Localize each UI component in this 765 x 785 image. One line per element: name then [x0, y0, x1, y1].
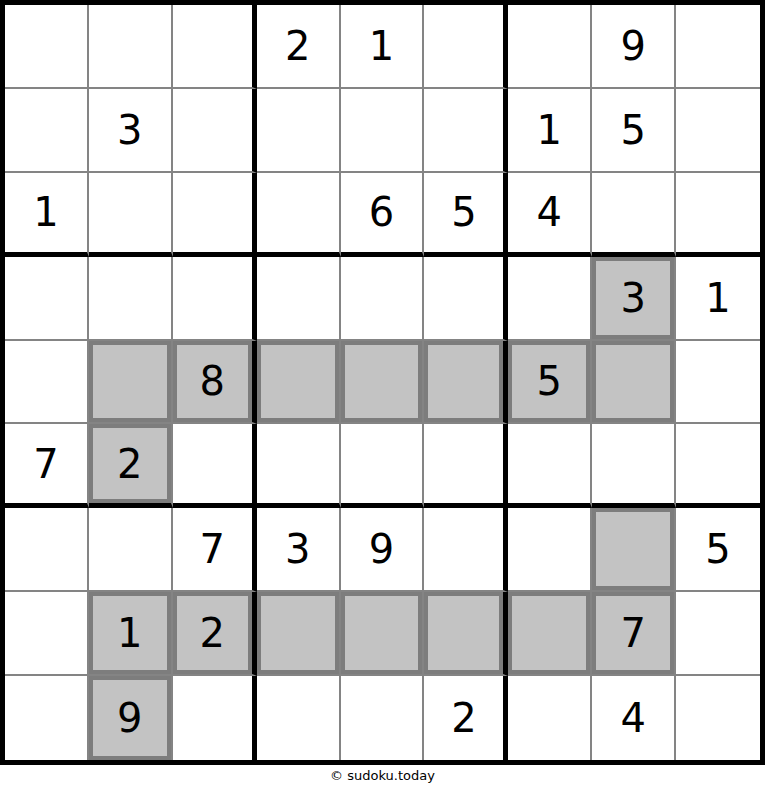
- cell-r4c7[interactable]: [508, 257, 592, 341]
- cell-r9c6[interactable]: 2: [424, 676, 508, 760]
- cell-r5c7[interactable]: 5: [508, 341, 592, 425]
- cell-r9c1[interactable]: [5, 676, 89, 760]
- cell-r3c8[interactable]: [592, 173, 676, 257]
- cell-r7c4[interactable]: 3: [257, 508, 341, 592]
- given-digit: 5: [705, 529, 730, 569]
- given-digit: 9: [369, 529, 394, 569]
- given-digit: 9: [117, 698, 142, 738]
- given-digit: 5: [620, 110, 645, 150]
- given-digit: 6: [369, 192, 394, 232]
- cell-r1c4[interactable]: 2: [257, 5, 341, 89]
- cell-r8c1[interactable]: [5, 592, 89, 676]
- cell-r1c2[interactable]: [89, 5, 173, 89]
- cell-r3c2[interactable]: [89, 173, 173, 257]
- given-digit: 4: [537, 192, 562, 232]
- given-digit: 3: [285, 529, 310, 569]
- sudoku-page: 21931516543185727395127924 © sudoku.toda…: [0, 0, 765, 785]
- cell-r7c7[interactable]: [508, 508, 592, 592]
- cell-r2c1[interactable]: [5, 89, 89, 173]
- cell-r6c8[interactable]: [592, 424, 676, 508]
- cell-r3c6[interactable]: 5: [424, 173, 508, 257]
- given-digit: 9: [620, 26, 645, 66]
- cell-r2c7[interactable]: 1: [508, 89, 592, 173]
- given-digit: 2: [199, 613, 224, 653]
- cell-r7c3[interactable]: 7: [173, 508, 257, 592]
- cell-r5c5[interactable]: [341, 341, 425, 425]
- given-digit: 2: [285, 26, 310, 66]
- cell-r3c5[interactable]: 6: [341, 173, 425, 257]
- cell-r2c8[interactable]: 5: [592, 89, 676, 173]
- cell-r4c2[interactable]: [89, 257, 173, 341]
- cell-r1c8[interactable]: 9: [592, 5, 676, 89]
- given-digit: 7: [620, 613, 645, 653]
- cell-r9c5[interactable]: [341, 676, 425, 760]
- cell-r2c3[interactable]: [173, 89, 257, 173]
- given-digit: 1: [117, 613, 142, 653]
- cell-r5c3[interactable]: 8: [173, 341, 257, 425]
- cell-r5c1[interactable]: [5, 341, 89, 425]
- cell-r6c4[interactable]: [257, 424, 341, 508]
- footer: © sudoku.today: [0, 765, 765, 785]
- cell-r9c7[interactable]: [508, 676, 592, 760]
- cell-r6c6[interactable]: [424, 424, 508, 508]
- cell-r9c2[interactable]: 9: [89, 676, 173, 760]
- cell-r7c2[interactable]: [89, 508, 173, 592]
- cell-r4c3[interactable]: [173, 257, 257, 341]
- cell-r9c4[interactable]: [257, 676, 341, 760]
- cell-r3c1[interactable]: 1: [5, 173, 89, 257]
- cell-r1c7[interactable]: [508, 5, 592, 89]
- given-digit: 8: [199, 361, 224, 401]
- cell-r6c7[interactable]: [508, 424, 592, 508]
- given-digit: 5: [451, 192, 476, 232]
- given-digit: 1: [705, 278, 730, 318]
- given-digit: 3: [620, 278, 645, 318]
- cell-r1c1[interactable]: [5, 5, 89, 89]
- cell-r6c9[interactable]: [676, 424, 760, 508]
- given-digit: 7: [33, 444, 58, 484]
- cell-r7c1[interactable]: [5, 508, 89, 592]
- cell-r9c3[interactable]: [173, 676, 257, 760]
- cell-r3c3[interactable]: [173, 173, 257, 257]
- cell-r4c4[interactable]: [257, 257, 341, 341]
- cell-r4c6[interactable]: [424, 257, 508, 341]
- cell-r2c9[interactable]: [676, 89, 760, 173]
- cell-r4c1[interactable]: [5, 257, 89, 341]
- cell-r2c2[interactable]: 3: [89, 89, 173, 173]
- cell-r5c6[interactable]: [424, 341, 508, 425]
- given-digit: 2: [117, 444, 142, 484]
- cell-r2c4[interactable]: [257, 89, 341, 173]
- cell-r6c3[interactable]: [173, 424, 257, 508]
- cell-r6c5[interactable]: [341, 424, 425, 508]
- cell-r4c9[interactable]: 1: [676, 257, 760, 341]
- cell-r5c8[interactable]: [592, 341, 676, 425]
- cell-r9c8[interactable]: 4: [592, 676, 676, 760]
- cell-r8c8[interactable]: 7: [592, 592, 676, 676]
- cell-r5c9[interactable]: [676, 341, 760, 425]
- credit-text: © sudoku.today: [330, 768, 435, 783]
- cell-r7c5[interactable]: 9: [341, 508, 425, 592]
- cell-r7c6[interactable]: [424, 508, 508, 592]
- given-digit: 1: [369, 26, 394, 66]
- cell-r1c3[interactable]: [173, 5, 257, 89]
- cell-r5c2[interactable]: [89, 341, 173, 425]
- given-digit: 4: [620, 698, 645, 738]
- given-digit: 7: [199, 529, 224, 569]
- cell-r8c5[interactable]: [341, 592, 425, 676]
- cell-r9c9[interactable]: [676, 676, 760, 760]
- cell-r7c9[interactable]: 5: [676, 508, 760, 592]
- cell-r2c6[interactable]: [424, 89, 508, 173]
- cell-r6c2[interactable]: 2: [89, 424, 173, 508]
- sudoku-board: 21931516543185727395127924: [0, 0, 765, 765]
- cell-r1c6[interactable]: [424, 5, 508, 89]
- cell-r8c9[interactable]: [676, 592, 760, 676]
- cell-r3c4[interactable]: [257, 173, 341, 257]
- cell-r4c5[interactable]: [341, 257, 425, 341]
- cell-r4c8[interactable]: 3: [592, 257, 676, 341]
- given-digit: 3: [117, 110, 142, 150]
- cell-r8c3[interactable]: 2: [173, 592, 257, 676]
- given-digit: 1: [33, 192, 58, 232]
- cell-r8c2[interactable]: 1: [89, 592, 173, 676]
- cell-r8c6[interactable]: [424, 592, 508, 676]
- cell-r3c9[interactable]: [676, 173, 760, 257]
- given-digit: 5: [537, 361, 562, 401]
- cell-r5c4[interactable]: [257, 341, 341, 425]
- cell-r3c7[interactable]: 4: [508, 173, 592, 257]
- cell-r1c5[interactable]: 1: [341, 5, 425, 89]
- cell-r1c9[interactable]: [676, 5, 760, 89]
- given-digit: 2: [451, 698, 476, 738]
- cell-r2c5[interactable]: [341, 89, 425, 173]
- cell-r6c1[interactable]: 7: [5, 424, 89, 508]
- cell-r7c8[interactable]: [592, 508, 676, 592]
- cell-r8c4[interactable]: [257, 592, 341, 676]
- given-digit: 1: [537, 110, 562, 150]
- cell-r8c7[interactable]: [508, 592, 592, 676]
